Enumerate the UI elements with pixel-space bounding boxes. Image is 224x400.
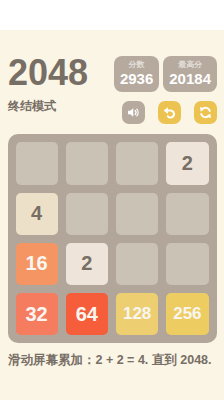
toolbar [114,101,217,124]
cell-empty [66,193,108,235]
status-bar [0,0,224,30]
header-left: 2048 终结模式 [8,56,88,115]
best-score-badge: 最高分 20184 [163,56,217,92]
tile-4: 4 [16,193,58,235]
score-value: 2936 [120,70,153,87]
tile-2: 2 [66,243,108,285]
undo-arrow-icon [162,105,177,120]
score-label: 分数 [120,60,153,70]
refresh-arrows-icon [198,105,213,120]
board[interactable]: 241623264128256 [8,134,217,343]
best-score-value: 20184 [169,70,211,87]
page-title: 2048 [8,56,88,90]
best-score-label: 最高分 [169,60,211,70]
undo-button[interactable] [158,101,181,124]
cell-empty [116,243,158,285]
app-window: 2048 终结模式 分数 2936 最高分 20184 [0,0,224,369]
restart-button[interactable] [194,101,217,124]
tile-256: 256 [166,293,208,335]
speaker-on-icon [126,105,141,120]
score-badges: 分数 2936 最高分 20184 [114,56,217,92]
header: 2048 终结模式 分数 2936 最高分 20184 [0,30,224,124]
cell-empty [166,243,208,285]
mode-label: 终结模式 [8,98,88,115]
score-badge: 分数 2936 [114,56,159,92]
cell-empty [66,142,108,184]
cell-empty [116,142,158,184]
cell-empty [116,193,158,235]
tile-16: 16 [16,243,58,285]
cell-empty [16,142,58,184]
tile-128: 128 [116,293,158,335]
tile-32: 32 [16,293,58,335]
cell-empty [166,193,208,235]
hint-text: 滑动屏幕累加：2 + 2 = 4. 直到 2048. [8,352,216,369]
header-right: 分数 2936 最高分 20184 [114,56,217,124]
tile-2: 2 [166,142,208,184]
tile-64: 64 [66,293,108,335]
sound-button[interactable] [122,101,145,124]
